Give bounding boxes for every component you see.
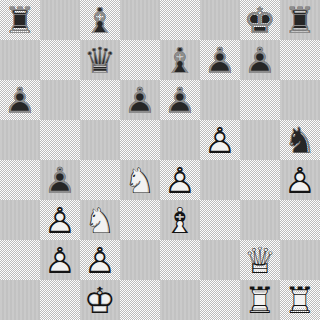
square-d8[interactable] bbox=[120, 0, 160, 40]
piece-glyph-outline: ♙ bbox=[80, 240, 120, 280]
square-b3[interactable]: ♟♙ bbox=[40, 200, 80, 240]
piece-glyph-outline: ♕ bbox=[80, 40, 120, 80]
piece-black-bishop[interactable]: ♝♗ bbox=[160, 40, 200, 80]
square-g6[interactable] bbox=[240, 80, 280, 120]
square-h7[interactable] bbox=[280, 40, 320, 80]
piece-white-bishop[interactable]: ♝♗ bbox=[160, 200, 200, 240]
piece-black-knight[interactable]: ♞♘ bbox=[280, 120, 320, 160]
square-a7[interactable] bbox=[0, 40, 40, 80]
piece-black-pawn[interactable]: ♟♙ bbox=[200, 40, 240, 80]
square-d3[interactable] bbox=[120, 200, 160, 240]
piece-glyph-outline: ♗ bbox=[80, 0, 120, 40]
piece-white-pawn[interactable]: ♟♙ bbox=[200, 120, 240, 160]
square-b4[interactable]: ♟♙ bbox=[40, 160, 80, 200]
square-b7[interactable] bbox=[40, 40, 80, 80]
piece-white-queen[interactable]: ♛♕ bbox=[240, 240, 280, 280]
piece-black-rook[interactable]: ♜♖ bbox=[0, 0, 40, 40]
square-a1[interactable] bbox=[0, 280, 40, 320]
square-c3[interactable]: ♞♘ bbox=[80, 200, 120, 240]
square-d2[interactable] bbox=[120, 240, 160, 280]
piece-glyph-outline: ♙ bbox=[40, 200, 80, 240]
square-d7[interactable] bbox=[120, 40, 160, 80]
piece-glyph-outline: ♙ bbox=[280, 160, 320, 200]
square-f2[interactable] bbox=[200, 240, 240, 280]
square-c8[interactable]: ♝♗ bbox=[80, 0, 120, 40]
piece-white-knight[interactable]: ♞♘ bbox=[80, 200, 120, 240]
square-e3[interactable]: ♝♗ bbox=[160, 200, 200, 240]
square-c4[interactable] bbox=[80, 160, 120, 200]
square-a6[interactable]: ♟♙ bbox=[0, 80, 40, 120]
piece-black-pawn[interactable]: ♟♙ bbox=[120, 80, 160, 120]
square-g4[interactable] bbox=[240, 160, 280, 200]
piece-glyph-outline: ♙ bbox=[200, 120, 240, 160]
piece-white-rook[interactable]: ♜♖ bbox=[280, 280, 320, 320]
square-b2[interactable]: ♟♙ bbox=[40, 240, 80, 280]
square-c5[interactable] bbox=[80, 120, 120, 160]
piece-black-pawn[interactable]: ♟♙ bbox=[160, 80, 200, 120]
piece-glyph-outline: ♙ bbox=[40, 160, 80, 200]
square-h1[interactable]: ♜♖ bbox=[280, 280, 320, 320]
piece-black-king[interactable]: ♚♔ bbox=[240, 0, 280, 40]
piece-black-pawn[interactable]: ♟♙ bbox=[240, 40, 280, 80]
square-f6[interactable] bbox=[200, 80, 240, 120]
square-f4[interactable] bbox=[200, 160, 240, 200]
piece-glyph-outline: ♙ bbox=[40, 240, 80, 280]
piece-glyph-outline: ♕ bbox=[240, 240, 280, 280]
square-g5[interactable] bbox=[240, 120, 280, 160]
piece-glyph-outline: ♗ bbox=[160, 200, 200, 240]
piece-glyph-outline: ♙ bbox=[160, 160, 200, 200]
piece-glyph-outline: ♖ bbox=[280, 0, 320, 40]
square-b8[interactable] bbox=[40, 0, 80, 40]
piece-white-knight[interactable]: ♞♘ bbox=[120, 160, 160, 200]
square-h6[interactable] bbox=[280, 80, 320, 120]
chess-board: ♜♖♝♗♚♔♜♖♛♕♝♗♟♙♟♙♟♙♟♙♟♙♟♙♞♘♟♙♞♘♟♙♟♙♟♙♞♘♝♗… bbox=[0, 0, 320, 320]
piece-glyph-outline: ♙ bbox=[200, 40, 240, 80]
piece-glyph-outline: ♘ bbox=[80, 200, 120, 240]
piece-glyph-outline: ♙ bbox=[160, 80, 200, 120]
piece-glyph-outline: ♙ bbox=[0, 80, 40, 120]
square-e5[interactable] bbox=[160, 120, 200, 160]
piece-black-pawn[interactable]: ♟♙ bbox=[40, 160, 80, 200]
square-d6[interactable]: ♟♙ bbox=[120, 80, 160, 120]
piece-glyph-outline: ♘ bbox=[120, 160, 160, 200]
square-e6[interactable]: ♟♙ bbox=[160, 80, 200, 120]
square-e2[interactable] bbox=[160, 240, 200, 280]
square-f5[interactable]: ♟♙ bbox=[200, 120, 240, 160]
piece-glyph-outline: ♖ bbox=[0, 0, 40, 40]
square-g3[interactable] bbox=[240, 200, 280, 240]
piece-white-pawn[interactable]: ♟♙ bbox=[160, 160, 200, 200]
piece-white-pawn[interactable]: ♟♙ bbox=[40, 240, 80, 280]
square-g7[interactable]: ♟♙ bbox=[240, 40, 280, 80]
square-d4[interactable]: ♞♘ bbox=[120, 160, 160, 200]
square-f3[interactable] bbox=[200, 200, 240, 240]
square-d5[interactable] bbox=[120, 120, 160, 160]
square-f1[interactable] bbox=[200, 280, 240, 320]
square-e1[interactable] bbox=[160, 280, 200, 320]
piece-glyph-outline: ♘ bbox=[280, 120, 320, 160]
square-g8[interactable]: ♚♔ bbox=[240, 0, 280, 40]
piece-glyph-outline: ♙ bbox=[120, 80, 160, 120]
piece-white-rook[interactable]: ♜♖ bbox=[240, 280, 280, 320]
piece-glyph-outline: ♖ bbox=[280, 280, 320, 320]
square-c1[interactable]: ♚♔ bbox=[80, 280, 120, 320]
square-a5[interactable] bbox=[0, 120, 40, 160]
square-a8[interactable]: ♜♖ bbox=[0, 0, 40, 40]
square-h3[interactable] bbox=[280, 200, 320, 240]
square-a3[interactable] bbox=[0, 200, 40, 240]
piece-black-queen[interactable]: ♛♕ bbox=[80, 40, 120, 80]
piece-glyph-outline: ♖ bbox=[240, 280, 280, 320]
square-b6[interactable] bbox=[40, 80, 80, 120]
square-g1[interactable]: ♜♖ bbox=[240, 280, 280, 320]
piece-white-king[interactable]: ♚♔ bbox=[80, 280, 120, 320]
square-b5[interactable] bbox=[40, 120, 80, 160]
square-h2[interactable] bbox=[280, 240, 320, 280]
piece-glyph-outline: ♔ bbox=[240, 0, 280, 40]
square-f7[interactable]: ♟♙ bbox=[200, 40, 240, 80]
square-b1[interactable] bbox=[40, 280, 80, 320]
square-e7[interactable]: ♝♗ bbox=[160, 40, 200, 80]
square-c2[interactable]: ♟♙ bbox=[80, 240, 120, 280]
square-e4[interactable]: ♟♙ bbox=[160, 160, 200, 200]
piece-glyph-outline: ♔ bbox=[80, 280, 120, 320]
piece-black-rook[interactable]: ♜♖ bbox=[280, 0, 320, 40]
square-c7[interactable]: ♛♕ bbox=[80, 40, 120, 80]
square-e8[interactable] bbox=[160, 0, 200, 40]
square-a4[interactable] bbox=[0, 160, 40, 200]
square-h4[interactable]: ♟♙ bbox=[280, 160, 320, 200]
piece-black-bishop[interactable]: ♝♗ bbox=[80, 0, 120, 40]
square-f8[interactable] bbox=[200, 0, 240, 40]
square-h5[interactable]: ♞♘ bbox=[280, 120, 320, 160]
piece-white-pawn[interactable]: ♟♙ bbox=[40, 200, 80, 240]
piece-white-pawn[interactable]: ♟♙ bbox=[280, 160, 320, 200]
square-a2[interactable] bbox=[0, 240, 40, 280]
piece-black-pawn[interactable]: ♟♙ bbox=[0, 80, 40, 120]
piece-white-pawn[interactable]: ♟♙ bbox=[80, 240, 120, 280]
piece-glyph-outline: ♙ bbox=[240, 40, 280, 80]
square-g2[interactable]: ♛♕ bbox=[240, 240, 280, 280]
square-d1[interactable] bbox=[120, 280, 160, 320]
square-h8[interactable]: ♜♖ bbox=[280, 0, 320, 40]
piece-glyph-outline: ♗ bbox=[160, 40, 200, 80]
square-c6[interactable] bbox=[80, 80, 120, 120]
